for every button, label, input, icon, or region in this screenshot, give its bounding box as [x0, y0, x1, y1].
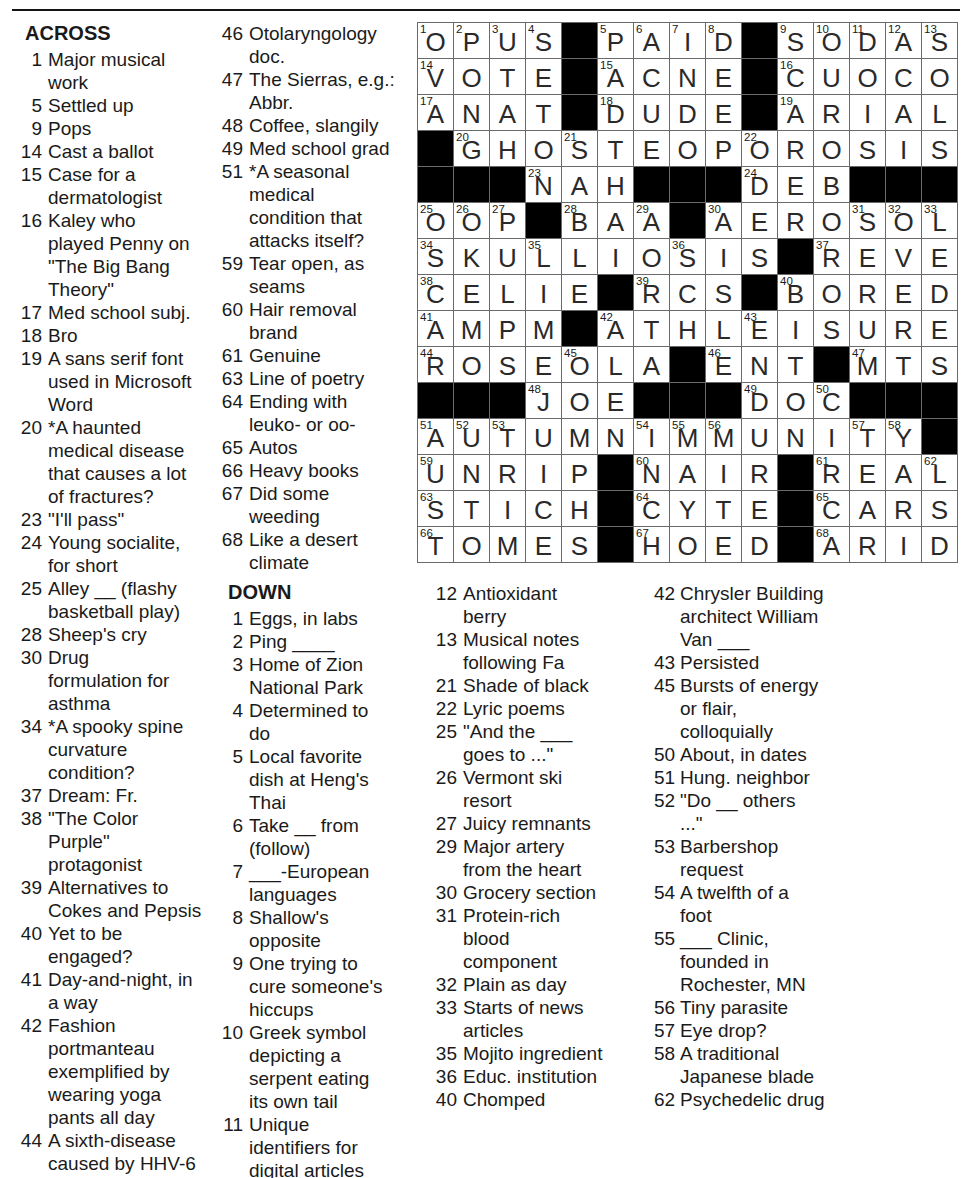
grid-cell[interactable]: E	[706, 95, 742, 131]
grid-cell[interactable]: O	[670, 131, 706, 167]
grid-cell[interactable]: T	[598, 131, 634, 167]
clue: 60Hair removal brand	[221, 298, 419, 344]
clue: 15Case for a dermatologist	[15, 163, 215, 209]
clue-text: Hung. neighbor	[680, 766, 810, 789]
cell-letter: S	[742, 245, 777, 271]
cell-letter: R	[418, 353, 453, 379]
grid-cell[interactable]: 36S	[670, 239, 706, 275]
grid-cell[interactable]: 49D	[742, 383, 778, 419]
clue-text: Psychedelic drug	[680, 1088, 825, 1111]
grid-cell[interactable]: S	[922, 131, 958, 167]
grid-cell[interactable]: O	[814, 275, 850, 311]
grid-cell[interactable]: I	[886, 527, 922, 563]
grid-cell[interactable]: 39R	[634, 275, 670, 311]
grid-cell[interactable]: I	[886, 131, 922, 167]
clue-text: Major musical work	[48, 48, 165, 94]
grid-cell[interactable]: 31S	[850, 203, 886, 239]
grid-cell[interactable]: 34S	[418, 239, 454, 275]
clue-text: Tear open, as seams	[249, 252, 364, 298]
grid-cell[interactable]: 62L	[922, 455, 958, 491]
clue-text: "And the ___ goes to ..."	[463, 720, 572, 766]
cell-letter: T	[490, 65, 525, 91]
grid-cell[interactable]: E	[742, 203, 778, 239]
grid-cell[interactable]: 23N	[526, 167, 562, 203]
black-cell	[562, 23, 598, 59]
grid-cell[interactable]: S	[850, 131, 886, 167]
grid-cell[interactable]: T	[886, 347, 922, 383]
grid-cell[interactable]: L	[706, 311, 742, 347]
clue-number: 54	[654, 881, 680, 904]
grid-cell[interactable]: S	[562, 527, 598, 563]
clue-text: Drug formulation for asthma	[48, 646, 169, 715]
cell-letter: E	[634, 137, 669, 163]
cell-letter: A	[598, 317, 633, 343]
cell-letter: I	[706, 461, 741, 487]
cell-letter: S	[922, 137, 957, 163]
grid-cell[interactable]: 30A	[706, 203, 742, 239]
grid-cell[interactable]: 10O	[814, 23, 850, 59]
grid-cell[interactable]: L	[598, 347, 634, 383]
grid-cell[interactable]: 8D	[706, 23, 742, 59]
grid-cell[interactable]: R	[886, 311, 922, 347]
grid-cell[interactable]: I	[814, 419, 850, 455]
cell-letter: S	[670, 245, 705, 271]
grid-cell[interactable]: 27P	[490, 203, 526, 239]
grid-cell[interactable]: L	[490, 275, 526, 311]
grid-cell[interactable]: I	[598, 239, 634, 275]
cell-letter: U	[742, 425, 777, 451]
cell-letter: R	[490, 461, 525, 487]
clue-text: Case for a dermatologist	[48, 163, 162, 209]
grid-cell[interactable]: S	[706, 275, 742, 311]
grid-cell[interactable]: 44R	[418, 347, 454, 383]
cell-letter: D	[922, 533, 957, 559]
grid-cell[interactable]: L	[562, 239, 598, 275]
cell-letter: E	[850, 245, 885, 271]
clue-number: 5	[15, 94, 48, 117]
grid-cell[interactable]: R	[778, 131, 814, 167]
grid-cell[interactable]: P	[490, 311, 526, 347]
clue-number: 60	[221, 298, 249, 321]
grid-cell[interactable]: H	[490, 131, 526, 167]
grid-cell[interactable]: I	[706, 455, 742, 491]
clue-text: Autos	[249, 436, 298, 459]
clue: 9Pops	[15, 117, 215, 140]
grid-cell[interactable]: L	[922, 95, 958, 131]
grid-cell[interactable]: D	[742, 527, 778, 563]
grid-cell[interactable]: 66T	[418, 527, 454, 563]
cell-letter: P	[598, 29, 633, 55]
cell-letter: P	[490, 209, 525, 235]
cell-letter: T	[778, 353, 813, 379]
clue-number: 26	[434, 766, 463, 789]
grid-cell[interactable]: 11D	[850, 23, 886, 59]
grid-cell[interactable]: 55M	[670, 419, 706, 455]
black-cell	[814, 347, 850, 383]
grid-cell[interactable]: R	[886, 491, 922, 527]
grid-cell[interactable]: 35L	[526, 239, 562, 275]
grid-cell[interactable]: 12A	[886, 23, 922, 59]
clue-text: Ping ____	[249, 630, 335, 653]
grid-cell[interactable]: V	[886, 239, 922, 275]
cell-letter: E	[598, 389, 633, 415]
cell-letter: U	[634, 101, 669, 127]
grid-cell[interactable]: O	[814, 131, 850, 167]
grid-cell[interactable]: 54I	[634, 419, 670, 455]
black-cell	[454, 167, 490, 203]
grid-cell[interactable]: R	[850, 275, 886, 311]
clue-number: 22	[434, 697, 463, 720]
grid-cell[interactable]: R	[850, 527, 886, 563]
grid-cell[interactable]: O	[454, 527, 490, 563]
clue-text: Unique identifiers for digital articles	[249, 1113, 364, 1178]
grid-cell[interactable]: 50C	[814, 383, 850, 419]
black-cell	[706, 383, 742, 419]
cell-letter: O	[742, 137, 777, 163]
clue-number: 45	[654, 674, 680, 697]
grid-cell[interactable]: 5P	[598, 23, 634, 59]
grid-cell[interactable]: S	[742, 239, 778, 275]
cell-letter: L	[922, 209, 957, 235]
grid-cell[interactable]: 2P	[454, 23, 490, 59]
clue: 27Juicy remnants	[434, 812, 644, 835]
grid-cell[interactable]: 47M	[850, 347, 886, 383]
grid-cell[interactable]: S	[814, 311, 850, 347]
grid-cell[interactable]: 28B	[562, 203, 598, 239]
clue-text: Sheep's cry	[48, 623, 147, 646]
clue-text: Med school grad	[249, 137, 389, 160]
grid-cell[interactable]: 56M	[706, 419, 742, 455]
grid-cell[interactable]: 21S	[562, 131, 598, 167]
grid-cell[interactable]: 17A	[418, 95, 454, 131]
grid-cell[interactable]: A	[670, 455, 706, 491]
grid-cell[interactable]: U	[814, 59, 850, 95]
grid-cell[interactable]: O	[778, 383, 814, 419]
grid-cell[interactable]: A	[562, 167, 598, 203]
cell-letter: O	[526, 137, 561, 163]
grid-cell[interactable]: 20G	[454, 131, 490, 167]
grid-cell[interactable]: R	[742, 455, 778, 491]
grid-cell[interactable]: E	[526, 59, 562, 95]
grid-cell[interactable]: 14V	[418, 59, 454, 95]
grid-cell[interactable]: C	[526, 491, 562, 527]
grid-cell[interactable]: 1O	[418, 23, 454, 59]
grid-cell[interactable]: 15A	[598, 59, 634, 95]
cell-letter: L	[922, 461, 957, 487]
grid-cell[interactable]: 40B	[778, 275, 814, 311]
grid-cell[interactable]: A	[850, 491, 886, 527]
grid-cell[interactable]: S	[922, 491, 958, 527]
grid-cell[interactable]: B	[814, 167, 850, 203]
clue-text: "Do __ others ..."	[680, 789, 796, 835]
clue-number: 59	[221, 252, 249, 275]
grid-cell[interactable]: E	[634, 131, 670, 167]
grid-cell[interactable]: O	[454, 59, 490, 95]
clue: 65Autos	[221, 436, 419, 459]
down-clue-list-3: 42Chrysler Building architect William Va…	[654, 582, 944, 1111]
grid-cell[interactable]: O	[670, 527, 706, 563]
grid-cell[interactable]: 52U	[454, 419, 490, 455]
grid-cell[interactable]: D	[922, 527, 958, 563]
grid-cell[interactable]: 3U	[490, 23, 526, 59]
grid-cell[interactable]: P	[706, 131, 742, 167]
cell-letter: B	[814, 173, 849, 199]
grid-cell[interactable]: C	[886, 59, 922, 95]
clue-number: 24	[15, 531, 48, 554]
grid-cell[interactable]: O	[526, 131, 562, 167]
grid-cell[interactable]: N	[454, 455, 490, 491]
clue-number: 18	[15, 324, 48, 347]
grid-cell[interactable]: I	[526, 275, 562, 311]
grid-cell[interactable]: 41A	[418, 311, 454, 347]
grid-cell[interactable]: 24D	[742, 167, 778, 203]
grid-cell[interactable]: 7I	[670, 23, 706, 59]
grid-cell[interactable]: U	[634, 95, 670, 131]
clue-number: 36	[434, 1065, 463, 1088]
clue: 68Like a desert climate	[221, 528, 419, 574]
grid-cell[interactable]: H	[670, 311, 706, 347]
grid-cell[interactable]: N	[742, 347, 778, 383]
grid-cell[interactable]: E	[886, 275, 922, 311]
cell-letter: I	[886, 533, 921, 559]
grid-cell[interactable]: 43E	[742, 311, 778, 347]
grid-cell[interactable]: T	[454, 491, 490, 527]
grid-cell[interactable]: D	[922, 275, 958, 311]
grid-cell[interactable]: O	[454, 347, 490, 383]
grid-cell[interactable]: 42A	[598, 311, 634, 347]
cell-letter: I	[670, 29, 705, 55]
clue: 4Determined to do	[221, 699, 419, 745]
grid-cell[interactable]: 64C	[634, 491, 670, 527]
clue: 63Line of poetry	[221, 367, 419, 390]
grid-cell[interactable]: T	[634, 311, 670, 347]
grid-cell[interactable]: 53T	[490, 419, 526, 455]
grid-cell[interactable]: N	[778, 419, 814, 455]
grid-cell[interactable]: 9S	[778, 23, 814, 59]
cell-letter: I	[850, 101, 885, 127]
grid-cell[interactable]: K	[454, 239, 490, 275]
grid-cell[interactable]: M	[490, 527, 526, 563]
grid-cell[interactable]: S	[490, 347, 526, 383]
grid-cell[interactable]: I	[490, 491, 526, 527]
grid-cell[interactable]: R	[490, 455, 526, 491]
cell-letter: A	[850, 497, 885, 523]
clue-text: Alternatives to Cokes and Pepsis	[48, 876, 201, 922]
grid-cell[interactable]: 32O	[886, 203, 922, 239]
grid-cell[interactable]: 6A	[634, 23, 670, 59]
grid-cell[interactable]: U	[742, 419, 778, 455]
grid-cell[interactable]: D	[670, 95, 706, 131]
clue-number: 25	[434, 720, 463, 743]
grid-cell[interactable]: O	[814, 203, 850, 239]
cell-letter: H	[562, 497, 597, 523]
cell-letter: T	[850, 425, 885, 451]
clue: 30Drug formulation for asthma	[15, 646, 215, 715]
grid-cell[interactable]: 65C	[814, 491, 850, 527]
grid-cell[interactable]: E	[850, 239, 886, 275]
clue: 55___ Clinic, founded in Rochester, MN	[654, 927, 944, 996]
grid-cell[interactable]: 58Y	[886, 419, 922, 455]
grid-cell[interactable]: E	[526, 347, 562, 383]
grid-cell[interactable]: 45O	[562, 347, 598, 383]
grid-cell[interactable]: 13S	[922, 23, 958, 59]
grid-cell[interactable]: T	[706, 491, 742, 527]
cell-letter: S	[418, 245, 453, 271]
grid-cell[interactable]: T	[490, 59, 526, 95]
clue-text: Heavy books	[249, 459, 359, 482]
clue-number: 13	[434, 628, 463, 651]
grid-cell[interactable]: R	[778, 203, 814, 239]
grid-cell[interactable]: 46E	[706, 347, 742, 383]
grid-cell[interactable]: 19A	[778, 95, 814, 131]
grid-cell[interactable]: N	[670, 59, 706, 95]
clue-text: Barbershop request	[680, 835, 778, 881]
clue-number: 55	[654, 927, 680, 950]
grid-cell[interactable]: 4S	[526, 23, 562, 59]
across-heading: ACROSS	[25, 22, 215, 45]
grid-cell[interactable]: 68A	[814, 527, 850, 563]
grid-cell[interactable]: S	[922, 347, 958, 383]
grid-cell[interactable]: M	[562, 419, 598, 455]
grid-cell[interactable]: E	[742, 491, 778, 527]
grid-cell[interactable]: N	[454, 95, 490, 131]
clue-text: Persisted	[680, 651, 759, 674]
black-cell	[634, 167, 670, 203]
grid-cell[interactable]: A	[598, 203, 634, 239]
clue-text: Eggs, in labs	[249, 607, 358, 630]
clue-text: Shallow's opposite	[249, 906, 329, 952]
cell-letter: A	[598, 65, 633, 91]
grid-cell[interactable]: E	[454, 275, 490, 311]
grid-cell[interactable]: E	[778, 167, 814, 203]
grid-cell[interactable]: 59U	[418, 455, 454, 491]
grid-cell[interactable]: N	[598, 419, 634, 455]
down-heading: DOWN	[228, 581, 419, 604]
grid-cell[interactable]: O	[634, 239, 670, 275]
grid-cell[interactable]: A	[886, 455, 922, 491]
black-cell	[742, 275, 778, 311]
grid-cell[interactable]: M	[526, 311, 562, 347]
grid-cell[interactable]: 29A	[634, 203, 670, 239]
clue-text: Juicy remnants	[463, 812, 591, 835]
clue: 13Musical notes following Fa	[434, 628, 644, 674]
grid-cell[interactable]: 51A	[418, 419, 454, 455]
cell-letter: A	[634, 29, 669, 55]
grid-cell[interactable]: O	[922, 59, 958, 95]
grid-cell[interactable]: E	[922, 239, 958, 275]
grid-cell[interactable]: O	[562, 383, 598, 419]
grid-cell[interactable]: O	[850, 59, 886, 95]
grid-cell[interactable]: 60N	[634, 455, 670, 491]
grid-cell[interactable]: Y	[670, 491, 706, 527]
grid-cell[interactable]: H	[598, 167, 634, 203]
grid-cell[interactable]: T	[778, 347, 814, 383]
clue: 59Tear open, as seams	[221, 252, 419, 298]
grid-cell[interactable]: E	[922, 311, 958, 347]
cell-letter: O	[562, 353, 597, 379]
clue-number: 35	[434, 1042, 463, 1065]
grid-cell[interactable]: R	[814, 95, 850, 131]
grid-cell[interactable]: E	[850, 455, 886, 491]
grid-cell[interactable]: C	[634, 59, 670, 95]
grid-cell[interactable]: 18D	[598, 95, 634, 131]
cell-letter: C	[814, 497, 849, 523]
grid-cell[interactable]: I	[706, 239, 742, 275]
grid-cell[interactable]: E	[706, 59, 742, 95]
cell-letter: A	[418, 101, 453, 127]
grid-cell[interactable]: 61R	[814, 455, 850, 491]
clue: 67Did some weeding	[221, 482, 419, 528]
clue-number: 38	[15, 807, 48, 830]
cell-letter: R	[778, 209, 813, 235]
grid-cell[interactable]: 33L	[922, 203, 958, 239]
grid-cell[interactable]: C	[670, 275, 706, 311]
cell-letter: L	[706, 317, 741, 343]
cell-letter: O	[418, 29, 453, 55]
grid-cell[interactable]: 38C	[418, 275, 454, 311]
clue-text: Young socialite, for short	[48, 531, 180, 577]
grid-cell[interactable]: E	[598, 383, 634, 419]
grid-cell[interactable]: I	[778, 311, 814, 347]
clue: 54A twelfth of a foot	[654, 881, 944, 927]
grid-cell[interactable]: U	[490, 239, 526, 275]
cell-letter: I	[814, 425, 849, 451]
clue: 3Home of Zion National Park	[221, 653, 419, 699]
grid-cell[interactable]: E	[706, 527, 742, 563]
black-cell	[850, 383, 886, 419]
grid-cell[interactable]: 48J	[526, 383, 562, 419]
clue: 2Ping ____	[221, 630, 419, 653]
clue-text: Bursts of energy or flair, colloquially	[680, 674, 818, 743]
clue: 10Greek symbol depicting a serpent eatin…	[221, 1021, 419, 1113]
clue-text: ___ Clinic, founded in Rochester, MN	[680, 927, 806, 996]
grid-cell[interactable]: T	[526, 95, 562, 131]
grid-cell[interactable]: 63S	[418, 491, 454, 527]
grid-cell[interactable]: 16C	[778, 59, 814, 95]
grid-cell[interactable]: U	[526, 419, 562, 455]
clue: 43Persisted	[654, 651, 944, 674]
grid-cell[interactable]: M	[454, 311, 490, 347]
grid-cell[interactable]: I	[526, 455, 562, 491]
clue-text: Genuine	[249, 344, 321, 367]
grid-cell[interactable]: 22O	[742, 131, 778, 167]
grid-cell[interactable]: 57T	[850, 419, 886, 455]
grid-cell[interactable]: A	[634, 347, 670, 383]
clue: 33Starts of news articles	[434, 996, 644, 1042]
clue: 25"And the ___ goes to ..."	[434, 720, 644, 766]
grid-cell[interactable]: A	[886, 95, 922, 131]
grid-cell[interactable]: H	[562, 491, 598, 527]
grid-cell[interactable]: 25O	[418, 203, 454, 239]
grid-cell[interactable]: 37R	[814, 239, 850, 275]
clue: 45Bursts of energy or flair, colloquiall…	[654, 674, 944, 743]
cell-letter: N	[454, 101, 489, 127]
grid-cell[interactable]: 67H	[634, 527, 670, 563]
cell-letter: I	[490, 497, 525, 523]
grid-cell[interactable]: P	[562, 455, 598, 491]
grid-cell[interactable]: E	[562, 275, 598, 311]
cell-letter: A	[814, 533, 849, 559]
grid-cell[interactable]: E	[526, 527, 562, 563]
clue-text: Day-and-night, in a way	[48, 968, 193, 1014]
clue-number: 9	[221, 952, 249, 975]
grid-cell[interactable]: A	[490, 95, 526, 131]
clue: 28Sheep's cry	[15, 623, 215, 646]
cell-letter: S	[922, 29, 957, 55]
grid-cell[interactable]: U	[850, 311, 886, 347]
grid-cell[interactable]: 26O	[454, 203, 490, 239]
grid-cell[interactable]: I	[850, 95, 886, 131]
